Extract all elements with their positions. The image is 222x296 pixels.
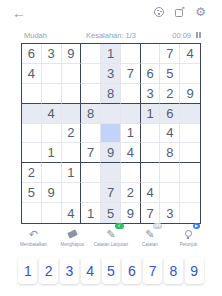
- cell-r9c7[interactable]: 7: [141, 203, 161, 223]
- number-pad: 123456789: [0, 257, 222, 284]
- cell-r5c8[interactable]: 4: [160, 124, 180, 144]
- cell-r3c1[interactable]: [22, 84, 42, 104]
- cell-r7c7[interactable]: [141, 163, 161, 183]
- cell-r6c4[interactable]: 7: [81, 143, 101, 163]
- cell-r1c9[interactable]: 4: [180, 44, 200, 64]
- hint-label: Petunjuk: [180, 242, 198, 247]
- cell-r1c7[interactable]: [141, 44, 161, 64]
- share-icon[interactable]: ↗: [175, 8, 184, 17]
- cell-r1c3[interactable]: 9: [62, 44, 82, 64]
- cell-r3c3[interactable]: [62, 84, 82, 104]
- notes-label: Catatan: [142, 242, 158, 247]
- status-row: Mudah Kesalahan: 1/3 00:09: [21, 30, 201, 42]
- cell-r9c5[interactable]: 5: [101, 203, 121, 223]
- top-bar: ← ↗ ⚙: [0, 0, 222, 26]
- erase-button[interactable]: Menghapus: [53, 227, 92, 247]
- cell-r6c7[interactable]: [141, 143, 161, 163]
- hint-badge: ▶: [193, 223, 200, 229]
- cell-r9c8[interactable]: 3: [160, 203, 180, 223]
- cell-r3c8[interactable]: 2: [160, 84, 180, 104]
- cell-r8c3[interactable]: [62, 183, 82, 203]
- cell-r6c2[interactable]: 1: [42, 143, 62, 163]
- cell-r7c2[interactable]: [42, 163, 62, 183]
- undo-button[interactable]: ↶ Membatalkan: [14, 227, 53, 247]
- cell-r1c8[interactable]: 7: [160, 44, 180, 64]
- cell-r1c6[interactable]: [121, 44, 141, 64]
- numpad-key-6[interactable]: 6: [122, 257, 141, 284]
- cell-r5c4[interactable]: [81, 124, 101, 144]
- numpad-key-7[interactable]: 7: [143, 257, 162, 284]
- cell-r6c8[interactable]: 8: [160, 143, 180, 163]
- cell-r1c5[interactable]: 1: [101, 44, 121, 64]
- cell-r9c1[interactable]: [22, 203, 42, 223]
- cell-r3c9[interactable]: 9: [180, 84, 200, 104]
- cell-r6c9[interactable]: [180, 143, 200, 163]
- cell-r6c6[interactable]: 4: [121, 143, 141, 163]
- pencil-icon: ✎: [145, 228, 154, 240]
- cell-r2c2[interactable]: [42, 64, 62, 84]
- cell-r5c9[interactable]: [180, 124, 200, 144]
- cell-r7c3[interactable]: 1: [62, 163, 82, 183]
- cell-r7c6[interactable]: [121, 163, 141, 183]
- toolbar: ↶ Membatalkan Menghapus ✎ ✓ Catatan Lanj…: [14, 227, 208, 247]
- cell-r8c1[interactable]: 5: [22, 183, 42, 203]
- advanced-notes-label: Catatan Lanjutan: [94, 242, 128, 247]
- cell-r3c6[interactable]: [121, 84, 141, 104]
- undo-label: Membatalkan: [20, 242, 47, 247]
- cell-r2c9[interactable]: [180, 64, 200, 84]
- cell-r4c2[interactable]: 4: [42, 104, 62, 124]
- numpad-key-5[interactable]: 5: [102, 257, 121, 284]
- cell-r4c8[interactable]: 6: [160, 104, 180, 124]
- numpad-key-3[interactable]: 3: [60, 257, 79, 284]
- numpad-key-1[interactable]: 1: [18, 257, 37, 284]
- cell-r3c5[interactable]: 8: [101, 84, 121, 104]
- cell-r7c8[interactable]: [160, 163, 180, 183]
- numpad-key-2[interactable]: 2: [39, 257, 58, 284]
- cell-r8c4[interactable]: [81, 183, 101, 203]
- cell-r8c7[interactable]: 4: [141, 183, 161, 203]
- undo-icon: ↶: [29, 228, 38, 240]
- cell-r5c3[interactable]: 2: [62, 124, 82, 144]
- sudoku-board: 6391744376583294816214179482159724415973: [21, 43, 201, 224]
- cell-r4c5[interactable]: [101, 104, 121, 124]
- cell-r1c1[interactable]: 6: [22, 44, 42, 64]
- cell-r2c8[interactable]: 5: [160, 64, 180, 84]
- cell-r2c5[interactable]: 3: [101, 64, 121, 84]
- cell-r9c9[interactable]: [180, 203, 200, 223]
- cell-r5c6[interactable]: 1: [121, 124, 141, 144]
- numpad-key-4[interactable]: 4: [81, 257, 100, 284]
- cell-r5c2[interactable]: [42, 124, 62, 144]
- notes-button[interactable]: ✎ OFF Catatan: [130, 227, 169, 247]
- eraser-icon: [67, 229, 78, 238]
- cell-r4c3[interactable]: [62, 104, 82, 124]
- cell-r8c9[interactable]: [180, 183, 200, 203]
- cell-r9c4[interactable]: 1: [81, 203, 101, 223]
- cell-r2c3[interactable]: [62, 64, 82, 84]
- cell-r3c2[interactable]: [42, 84, 62, 104]
- cell-r6c5[interactable]: 9: [101, 143, 121, 163]
- cell-r1c2[interactable]: 3: [42, 44, 62, 64]
- cell-r8c5[interactable]: 7: [101, 183, 121, 203]
- cell-r3c7[interactable]: 3: [141, 84, 161, 104]
- pencil-icon: ✎: [106, 228, 115, 240]
- advanced-notes-button[interactable]: ✎ ✓ Catatan Lanjutan: [92, 227, 131, 247]
- pause-button[interactable]: [196, 32, 201, 38]
- cell-r6c1[interactable]: [22, 143, 42, 163]
- cell-r2c7[interactable]: 6: [141, 64, 161, 84]
- share-arrow: ↗: [179, 5, 185, 12]
- hint-button[interactable]: ▶ Petunjuk: [169, 227, 208, 247]
- cell-r9c2[interactable]: [42, 203, 62, 223]
- numpad-key-9[interactable]: 9: [185, 257, 204, 284]
- cell-r4c4[interactable]: 8: [81, 104, 101, 124]
- cell-r1c4[interactable]: [81, 44, 101, 64]
- cell-r4c7[interactable]: 1: [141, 104, 161, 124]
- cell-r7c5[interactable]: [101, 163, 121, 183]
- cell-r4c9[interactable]: [180, 104, 200, 124]
- cell-r4c6[interactable]: [121, 104, 141, 124]
- back-icon[interactable]: ←: [12, 5, 26, 21]
- cell-r9c6[interactable]: 9: [121, 203, 141, 223]
- cell-r7c1[interactable]: 2: [22, 163, 42, 183]
- settings-gear-icon[interactable]: ⚙: [195, 6, 206, 18]
- cell-r2c4[interactable]: [81, 64, 101, 84]
- cell-r6c3[interactable]: [62, 143, 82, 163]
- cell-r2c1[interactable]: 4: [22, 64, 42, 84]
- cell-r5c5[interactable]: [101, 124, 121, 144]
- cell-r4c1[interactable]: [22, 104, 42, 124]
- erase-label: Menghapus: [60, 242, 84, 247]
- timer-label: 00:09: [172, 31, 191, 40]
- cell-r5c7[interactable]: [141, 124, 161, 144]
- cell-r7c4[interactable]: [81, 163, 101, 183]
- numpad-key-8[interactable]: 8: [164, 257, 183, 284]
- cell-r9c3[interactable]: 4: [62, 203, 82, 223]
- cell-r8c2[interactable]: 9: [42, 183, 62, 203]
- lightbulb-icon: [185, 230, 192, 237]
- cell-r2c6[interactable]: 7: [121, 64, 141, 84]
- cell-r8c8[interactable]: [160, 183, 180, 203]
- cell-r8c6[interactable]: 2: [121, 183, 141, 203]
- theme-palette-icon[interactable]: [154, 7, 164, 17]
- cell-r3c4[interactable]: [81, 84, 101, 104]
- advanced-notes-badge: ✓: [115, 223, 124, 229]
- cell-r5c1[interactable]: [22, 124, 42, 144]
- notes-off-badge: OFF: [153, 223, 163, 229]
- cell-r7c9[interactable]: [180, 163, 200, 183]
